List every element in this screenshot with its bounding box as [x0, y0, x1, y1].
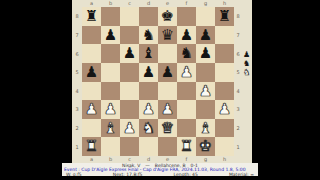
- square-b5[interactable]: [101, 63, 120, 82]
- square-c2[interactable]: ♟: [120, 119, 139, 138]
- square-h2[interactable]: [215, 119, 234, 138]
- file-label-e: e: [158, 156, 177, 163]
- square-b1[interactable]: [101, 137, 120, 156]
- square-b7[interactable]: ♟: [101, 26, 120, 45]
- square-d7[interactable]: ♞: [139, 26, 158, 45]
- white-pawn-f5[interactable]: ♟: [180, 62, 193, 81]
- square-e7[interactable]: ♛: [158, 26, 177, 45]
- white-pawn-d3[interactable]: ♟: [142, 100, 155, 119]
- square-a4[interactable]: [82, 82, 101, 101]
- white-king-g1[interactable]: ♚: [199, 137, 212, 156]
- black-rook-a8[interactable]: ♜: [85, 7, 98, 26]
- square-d8[interactable]: [139, 7, 158, 26]
- white-rook-a1[interactable]: ♜: [85, 137, 98, 156]
- letterbox-left: [0, 0, 72, 180]
- rank-label-1: 1: [234, 137, 242, 156]
- square-d1[interactable]: [139, 137, 158, 156]
- black-king-e8[interactable]: ♚: [161, 7, 174, 26]
- file-label-f: f: [177, 156, 196, 163]
- rank-label-4: 4: [72, 82, 82, 101]
- square-b8[interactable]: [101, 7, 120, 26]
- white-pawn-a3[interactable]: ♟: [85, 100, 98, 119]
- square-g2[interactable]: ♝: [196, 119, 215, 138]
- square-f5[interactable]: ♟: [177, 63, 196, 82]
- captured-black-knight-icon: ♞: [243, 59, 250, 68]
- square-d5[interactable]: ♟: [139, 63, 158, 82]
- file-label-f: f: [177, 0, 196, 7]
- square-c3[interactable]: [120, 100, 139, 119]
- square-f7[interactable]: ♟: [177, 26, 196, 45]
- black-knight-f6[interactable]: ♞: [180, 44, 193, 63]
- square-a7[interactable]: [82, 26, 101, 45]
- rank-label-7: 7: [72, 26, 82, 45]
- file-label-g: g: [196, 0, 215, 7]
- black-pawn-b7[interactable]: ♟: [104, 25, 117, 44]
- captured-white-knight-icon: ♞: [243, 68, 250, 77]
- black-pawn-d5[interactable]: ♟: [142, 62, 155, 81]
- square-e1[interactable]: [158, 137, 177, 156]
- square-a3[interactable]: ♟: [82, 100, 101, 119]
- white-queen-e2[interactable]: ♛: [161, 118, 174, 137]
- file-label-c: c: [120, 156, 139, 163]
- square-f8[interactable]: [177, 7, 196, 26]
- white-pawn-e3[interactable]: ♟: [161, 100, 174, 119]
- square-h5[interactable]: [215, 63, 234, 82]
- black-bishop-d6[interactable]: ♝: [142, 44, 155, 63]
- square-f3[interactable]: [177, 100, 196, 119]
- square-h8[interactable]: ♜: [215, 7, 234, 26]
- file-label-h: h: [215, 156, 234, 163]
- square-a2[interactable]: [82, 119, 101, 138]
- square-c8[interactable]: [120, 7, 139, 26]
- square-h3[interactable]: ♟: [215, 100, 234, 119]
- rank-labels-left: 87654321: [72, 7, 82, 156]
- rank-label-3: 3: [234, 100, 242, 119]
- square-d2[interactable]: ♞: [139, 119, 158, 138]
- rank-label-4: 4: [234, 82, 242, 101]
- square-d6[interactable]: ♝: [139, 44, 158, 63]
- white-rook-f1[interactable]: ♜: [180, 137, 193, 156]
- square-g1[interactable]: ♚: [196, 137, 215, 156]
- square-f6[interactable]: ♞: [177, 44, 196, 63]
- square-h1[interactable]: [215, 137, 234, 156]
- file-labels-bottom: abcdefgh: [82, 156, 234, 163]
- square-e6[interactable]: [158, 44, 177, 63]
- white-pawn-h3[interactable]: ♟: [218, 100, 231, 119]
- rank-label-8: 8: [234, 7, 242, 26]
- chess-video-frame: { "game": "chess", "position": "r3k2r/1p…: [0, 0, 320, 180]
- board-panel: abcdefgh 87654321 ♜♚♜♟♞♛♟♟♟♝♞♟♟♟♟♟♟♟♟♟♟♟…: [72, 0, 252, 163]
- square-a5[interactable]: ♟: [82, 63, 101, 82]
- square-h7[interactable]: [215, 26, 234, 45]
- black-pawn-a5[interactable]: ♟: [85, 62, 98, 81]
- captured-material-tray: ♟♞♞: [241, 50, 252, 77]
- file-label-d: d: [139, 156, 158, 163]
- chess-board: ♜♚♜♟♞♛♟♟♟♝♞♟♟♟♟♟♟♟♟♟♟♟♝♟♞♛♝♜♜♚: [82, 7, 234, 156]
- black-queen-e7[interactable]: ♛: [161, 25, 174, 44]
- square-e5[interactable]: ♟: [158, 63, 177, 82]
- rank-labels-right: 87654321: [234, 7, 242, 156]
- square-a8[interactable]: ♜: [82, 7, 101, 26]
- square-c4[interactable]: [120, 82, 139, 101]
- square-g7[interactable]: ♟: [196, 26, 215, 45]
- square-h4[interactable]: [215, 82, 234, 101]
- black-pawn-e5[interactable]: ♟: [161, 62, 174, 81]
- square-g3[interactable]: [196, 100, 215, 119]
- file-label-d: d: [139, 0, 158, 7]
- square-c7[interactable]: [120, 26, 139, 45]
- bottom-black-strip: [0, 176, 320, 180]
- white-pawn-g4[interactable]: ♟: [199, 81, 212, 100]
- square-c5[interactable]: [120, 63, 139, 82]
- square-c6[interactable]: ♟: [120, 44, 139, 63]
- square-c1[interactable]: [120, 137, 139, 156]
- black-knight-d7[interactable]: ♞: [142, 25, 155, 44]
- rank-label-7: 7: [234, 26, 242, 45]
- square-d4[interactable]: [139, 82, 158, 101]
- file-label-c: c: [120, 0, 139, 7]
- rank-label-2: 2: [234, 119, 242, 138]
- white-pawn-b3[interactable]: ♟: [104, 100, 117, 119]
- square-b3[interactable]: ♟: [101, 100, 120, 119]
- square-g4[interactable]: ♟: [196, 82, 215, 101]
- square-a6[interactable]: [82, 44, 101, 63]
- file-label-b: b: [101, 156, 120, 163]
- square-g5[interactable]: [196, 63, 215, 82]
- rank-label-5: 5: [72, 63, 82, 82]
- black-pawn-g7[interactable]: ♟: [199, 25, 212, 44]
- rank-label-2: 2: [72, 119, 82, 138]
- square-f2[interactable]: [177, 119, 196, 138]
- white-pawn-c2[interactable]: ♟: [123, 118, 136, 137]
- white-knight-d2[interactable]: ♞: [142, 118, 155, 137]
- square-f4[interactable]: [177, 82, 196, 101]
- game-info-footer: Nisak, V — Bellahcene, B 0-1 Event : Cup…: [62, 163, 258, 176]
- square-a1[interactable]: ♜: [82, 137, 101, 156]
- black-pawn-g6[interactable]: ♟: [199, 44, 212, 63]
- rank-label-3: 3: [72, 100, 82, 119]
- white-bishop-b2[interactable]: ♝: [104, 118, 117, 137]
- square-e3[interactable]: ♟: [158, 100, 177, 119]
- rank-label-8: 8: [72, 7, 82, 26]
- square-g8[interactable]: [196, 7, 215, 26]
- square-f1[interactable]: ♜: [177, 137, 196, 156]
- square-b6[interactable]: [101, 44, 120, 63]
- square-e2[interactable]: ♛: [158, 119, 177, 138]
- square-h6[interactable]: [215, 44, 234, 63]
- square-b2[interactable]: ♝: [101, 119, 120, 138]
- rank-label-1: 1: [72, 137, 82, 156]
- file-label-b: b: [101, 0, 120, 7]
- letterbox-right: [252, 0, 320, 180]
- file-labels-top: abcdefgh: [82, 0, 234, 7]
- white-bishop-g2[interactable]: ♝: [199, 118, 212, 137]
- rank-label-6: 6: [72, 44, 82, 63]
- square-e8[interactable]: ♚: [158, 7, 177, 26]
- black-rook-h8[interactable]: ♜: [218, 7, 231, 26]
- black-pawn-c6[interactable]: ♟: [123, 44, 136, 63]
- file-label-g: g: [196, 156, 215, 163]
- captured-black-pawn-icon: ♟: [243, 50, 250, 59]
- square-g6[interactable]: ♟: [196, 44, 215, 63]
- black-pawn-f7[interactable]: ♟: [180, 25, 193, 44]
- square-d3[interactable]: ♟: [139, 100, 158, 119]
- file-label-a: a: [82, 156, 101, 163]
- square-b4[interactable]: [101, 82, 120, 101]
- square-e4[interactable]: [158, 82, 177, 101]
